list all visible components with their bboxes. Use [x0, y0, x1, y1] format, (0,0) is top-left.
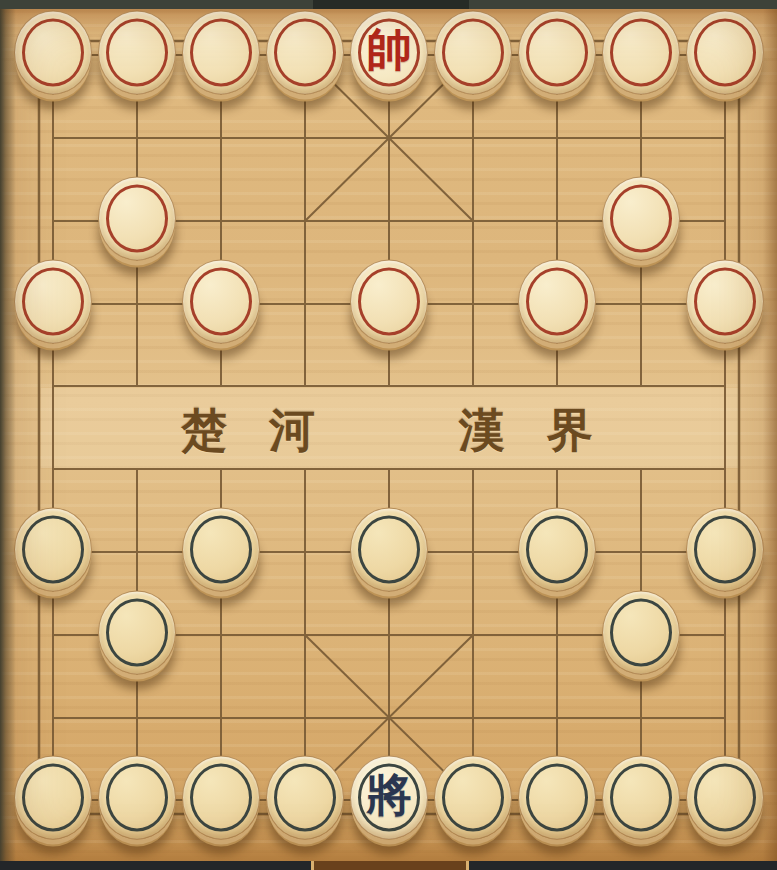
piece-b9-hidden-black[interactable]: [98, 755, 176, 839]
piece-h9-hidden-black[interactable]: [602, 755, 680, 839]
piece-h0-hidden-red[interactable]: [602, 10, 680, 94]
piece-f0-hidden-red[interactable]: [434, 10, 512, 94]
piece-e9-general-black[interactable]: 將: [350, 755, 428, 839]
bottom-bar: [0, 861, 777, 870]
piece-e3-hidden-red[interactable]: [350, 259, 428, 343]
piece-g3-hidden-red[interactable]: [518, 259, 596, 343]
piece-b7-hidden-black[interactable]: [98, 590, 176, 674]
piece-g6-hidden-black[interactable]: [518, 507, 596, 591]
xiangqi-board[interactable]: 楚 河 漢 界 帥將: [0, 0, 777, 870]
piece-a6-hidden-black[interactable]: [14, 507, 92, 591]
piece-d0-hidden-red[interactable]: [266, 10, 344, 94]
piece-c3-hidden-red[interactable]: [182, 259, 260, 343]
piece-g0-hidden-red[interactable]: [518, 10, 596, 94]
river-label-han-jie: 漢 界: [459, 400, 593, 462]
piece-i6-hidden-black[interactable]: [686, 507, 764, 591]
piece-c9-hidden-black[interactable]: [182, 755, 260, 839]
general-glyph: 將: [351, 756, 427, 838]
piece-c6-hidden-black[interactable]: [182, 507, 260, 591]
piece-b0-hidden-red[interactable]: [98, 10, 176, 94]
piece-i3-hidden-red[interactable]: [686, 259, 764, 343]
piece-e6-hidden-black[interactable]: [350, 507, 428, 591]
river-char: 河: [269, 400, 315, 462]
piece-f9-hidden-black[interactable]: [434, 755, 512, 839]
piece-i9-hidden-black[interactable]: [686, 755, 764, 839]
river-char: 楚: [181, 400, 227, 462]
piece-a3-hidden-red[interactable]: [14, 259, 92, 343]
general-glyph: 帥: [351, 11, 427, 93]
top-bar-center-segment: [313, 0, 469, 9]
river-char: 漢: [459, 400, 505, 462]
board-grid: [0, 0, 777, 870]
piece-a9-hidden-black[interactable]: [14, 755, 92, 839]
piece-e0-general-red[interactable]: 帥: [350, 10, 428, 94]
piece-i0-hidden-red[interactable]: [686, 10, 764, 94]
river-char: 界: [547, 400, 593, 462]
piece-h7-hidden-black[interactable]: [602, 590, 680, 674]
piece-a0-hidden-red[interactable]: [14, 10, 92, 94]
piece-d9-hidden-black[interactable]: [266, 755, 344, 839]
piece-c0-hidden-red[interactable]: [182, 10, 260, 94]
bottom-bar-center-segment: [311, 861, 469, 870]
piece-h2-hidden-red[interactable]: [602, 176, 680, 260]
top-bar: [0, 0, 777, 9]
piece-g9-hidden-black[interactable]: [518, 755, 596, 839]
piece-b2-hidden-red[interactable]: [98, 176, 176, 260]
river-label-chu-he: 楚 河: [181, 400, 315, 462]
